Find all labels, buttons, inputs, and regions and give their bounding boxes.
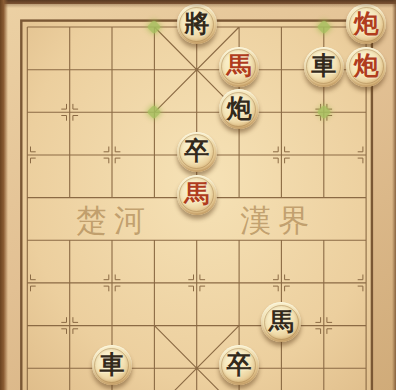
piece-black-cannon[interactable]: 炮 (219, 89, 259, 129)
piece-glyph: 馬 (184, 181, 209, 206)
window-edge-left (0, 0, 8, 390)
piece-red-horse-a[interactable]: 馬 (219, 47, 259, 87)
window-edge-right (392, 0, 396, 390)
piece-red-horse-b[interactable]: 馬 (177, 175, 217, 215)
piece-black-soldier-b[interactable]: 卒 (219, 345, 259, 385)
piece-black-horse[interactable]: 馬 (261, 302, 301, 342)
piece-glyph: 車 (311, 53, 336, 78)
piece-red-cannon-b[interactable]: 炮 (346, 47, 386, 87)
piece-black-chariot-b[interactable]: 車 (92, 345, 132, 385)
pieces-layer: 將炮馬車炮炮卒馬馬車卒 (6, 6, 387, 390)
piece-glyph: 卒 (226, 352, 251, 377)
piece-glyph: 馬 (269, 309, 294, 334)
piece-glyph: 將 (184, 11, 209, 36)
piece-glyph: 炮 (226, 96, 251, 121)
xiangqi-board: 楚河 漢界 將炮馬車炮炮卒馬馬車卒 (0, 0, 396, 390)
piece-glyph: 炮 (354, 11, 379, 36)
piece-red-cannon-a[interactable]: 炮 (346, 4, 386, 44)
piece-glyph: 炮 (354, 53, 379, 78)
piece-glyph: 卒 (184, 138, 209, 163)
piece-black-soldier-a[interactable]: 卒 (177, 132, 217, 172)
piece-glyph: 馬 (226, 53, 251, 78)
move-hint-dot[interactable] (147, 20, 161, 34)
move-hint-dot[interactable] (147, 105, 161, 119)
piece-black-general[interactable]: 將 (177, 4, 217, 44)
piece-black-chariot-a[interactable]: 車 (304, 47, 344, 87)
move-hint-dot[interactable] (317, 20, 331, 34)
window-edge-top (0, 0, 396, 4)
piece-glyph: 車 (99, 352, 124, 377)
move-hint-dot[interactable] (317, 105, 331, 119)
